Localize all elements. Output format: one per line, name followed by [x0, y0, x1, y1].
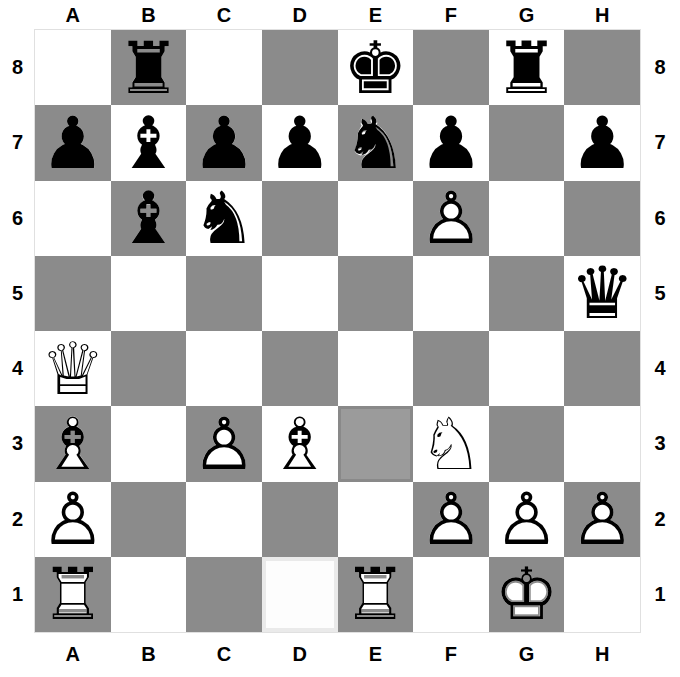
white-pawn[interactable]: ♟♙ [186, 406, 262, 481]
file-label-c-bottom: C [186, 632, 262, 677]
square-b6[interactable]: ♗♝ [111, 181, 187, 256]
square-c2[interactable] [186, 482, 262, 557]
square-g8[interactable]: ♖♜ [489, 30, 565, 105]
square-a8[interactable] [35, 30, 111, 105]
square-h6[interactable] [564, 181, 640, 256]
square-d3[interactable]: ♝♗ [262, 406, 338, 481]
rank-label-3-left: 3 [0, 406, 35, 481]
square-f5[interactable] [413, 256, 489, 331]
white-knight[interactable]: ♞♘ [413, 406, 489, 481]
square-e8[interactable]: ♔♚ [338, 30, 414, 105]
file-label-e-bottom: E [338, 632, 414, 677]
file-label-d-top: D [262, 0, 338, 30]
rank-label-4-left: 4 [0, 331, 35, 406]
square-f4[interactable] [413, 331, 489, 406]
square-c6[interactable]: ♘♞ [186, 181, 262, 256]
square-a2[interactable]: ♟♙ [35, 482, 111, 557]
square-f7[interactable]: ♙♟ [413, 105, 489, 180]
black-pawn[interactable]: ♙♟ [564, 105, 640, 180]
square-c1[interactable] [186, 557, 262, 632]
black-rook-glyph: ♜ [111, 30, 187, 105]
rank-labels-right: 87654321 [640, 30, 680, 632]
black-bishop[interactable]: ♗♝ [111, 105, 187, 180]
white-queen[interactable]: ♛♕ [35, 331, 111, 406]
square-h3[interactable] [564, 406, 640, 481]
square-d5[interactable] [262, 256, 338, 331]
rank-label-2-left: 2 [0, 482, 35, 557]
rank-label-5-right: 5 [640, 256, 680, 331]
black-bishop-glyph: ♝ [111, 105, 187, 180]
file-label-f-top: F [413, 0, 489, 30]
file-label-f-bottom: F [413, 632, 489, 677]
file-label-c-top: C [186, 0, 262, 30]
square-e7[interactable]: ♘♞ [338, 105, 414, 180]
white-bishop-glyph: ♗ [35, 406, 111, 481]
file-label-a-top: A [35, 0, 111, 30]
square-c8[interactable] [186, 30, 262, 105]
rank-labels-left: 87654321 [0, 30, 35, 632]
white-pawn-glyph: ♙ [186, 406, 262, 481]
square-f3[interactable]: ♞♘ [413, 406, 489, 481]
square-b3[interactable] [111, 406, 187, 481]
rank-label-7-right: 7 [640, 105, 680, 180]
square-e4[interactable] [338, 331, 414, 406]
black-knight-glyph: ♞ [338, 105, 414, 180]
white-pawn-glyph: ♙ [489, 482, 565, 557]
black-pawn[interactable]: ♙♟ [35, 105, 111, 180]
square-a3[interactable]: ♝♗ [35, 406, 111, 481]
square-d8[interactable] [262, 30, 338, 105]
black-knight-glyph: ♞ [186, 181, 262, 256]
square-f2[interactable]: ♟♙ [413, 482, 489, 557]
square-d4[interactable] [262, 331, 338, 406]
square-a1[interactable]: ♜♖ [35, 557, 111, 632]
rank-label-1-left: 1 [0, 557, 35, 632]
white-bishop[interactable]: ♝♗ [35, 406, 111, 481]
square-d7[interactable]: ♙♟ [262, 105, 338, 180]
rank-label-2-right: 2 [640, 482, 680, 557]
square-b1[interactable] [111, 557, 187, 632]
file-label-d-bottom: D [262, 632, 338, 677]
square-a4[interactable]: ♛♕ [35, 331, 111, 406]
white-queen-glyph: ♕ [35, 331, 111, 406]
square-c4[interactable] [186, 331, 262, 406]
rank-label-8-right: 8 [640, 30, 680, 105]
black-knight[interactable]: ♘♞ [338, 105, 414, 180]
white-pawn[interactable]: ♟♙ [35, 482, 111, 557]
square-a5[interactable] [35, 256, 111, 331]
file-label-b-bottom: B [111, 632, 187, 677]
black-queen[interactable]: ♕♛ [564, 256, 640, 331]
square-f1[interactable] [413, 557, 489, 632]
white-pawn[interactable]: ♟♙ [489, 482, 565, 557]
white-pawn-glyph: ♙ [564, 482, 640, 557]
chessboard-diagram: ABCDEFGH 87654321 ♖♜♔♚♖♜♙♟♗♝♙♟♙♟♘♞♙♟♙♟♗♝… [0, 0, 680, 677]
square-e3[interactable] [338, 406, 414, 481]
rank-label-4-right: 4 [640, 331, 680, 406]
white-pawn-glyph: ♙ [413, 181, 489, 256]
square-h5[interactable]: ♕♛ [564, 256, 640, 331]
square-b5[interactable] [111, 256, 187, 331]
black-pawn-glyph: ♟ [262, 105, 338, 180]
black-bishop-glyph: ♝ [111, 181, 187, 256]
rank-label-6-right: 6 [640, 181, 680, 256]
square-f6[interactable]: ♟♙ [413, 181, 489, 256]
square-g2[interactable]: ♟♙ [489, 482, 565, 557]
black-king[interactable]: ♔♚ [338, 30, 414, 105]
square-h1[interactable] [564, 557, 640, 632]
square-c5[interactable] [186, 256, 262, 331]
file-label-a-bottom: A [35, 632, 111, 677]
black-king-glyph: ♚ [338, 30, 414, 105]
file-label-h-bottom: H [564, 632, 640, 677]
square-g1[interactable]: ♚♔ [489, 557, 565, 632]
rank-label-5-left: 5 [0, 256, 35, 331]
square-a6[interactable] [35, 181, 111, 256]
black-knight[interactable]: ♘♞ [186, 181, 262, 256]
square-h7[interactable]: ♙♟ [564, 105, 640, 180]
chess-board: ♖♜♔♚♖♜♙♟♗♝♙♟♙♟♘♞♙♟♙♟♗♝♘♞♟♙♕♛♛♕♝♗♟♙♝♗♞♘♟♙… [35, 30, 640, 632]
white-rook[interactable]: ♜♖ [35, 557, 111, 632]
square-b8[interactable]: ♖♜ [111, 30, 187, 105]
square-d1[interactable] [262, 557, 338, 632]
rank-label-3-right: 3 [640, 406, 680, 481]
square-d6[interactable] [262, 181, 338, 256]
rank-label-6-left: 6 [0, 181, 35, 256]
square-e1[interactable]: ♜♖ [338, 557, 414, 632]
square-b2[interactable] [111, 482, 187, 557]
white-pawn-glyph: ♙ [35, 482, 111, 557]
square-c3[interactable]: ♟♙ [186, 406, 262, 481]
square-e6[interactable] [338, 181, 414, 256]
white-pawn[interactable]: ♟♙ [564, 482, 640, 557]
square-g4[interactable] [489, 331, 565, 406]
square-g7[interactable] [489, 105, 565, 180]
black-pawn-glyph: ♟ [564, 105, 640, 180]
black-pawn-glyph: ♟ [186, 105, 262, 180]
white-pawn[interactable]: ♟♙ [413, 181, 489, 256]
white-rook-glyph: ♖ [35, 557, 111, 632]
square-a7[interactable]: ♙♟ [35, 105, 111, 180]
black-pawn[interactable]: ♙♟ [262, 105, 338, 180]
white-bishop[interactable]: ♝♗ [262, 406, 338, 481]
white-knight-glyph: ♘ [413, 406, 489, 481]
rank-label-7-left: 7 [0, 105, 35, 180]
square-g5[interactable] [489, 256, 565, 331]
square-h4[interactable] [564, 331, 640, 406]
black-pawn-glyph: ♟ [413, 105, 489, 180]
rank-label-8-left: 8 [0, 30, 35, 105]
square-d2[interactable] [262, 482, 338, 557]
square-h2[interactable]: ♟♙ [564, 482, 640, 557]
white-rook[interactable]: ♜♖ [338, 557, 414, 632]
file-label-h-top: H [564, 0, 640, 30]
square-g6[interactable] [489, 181, 565, 256]
file-labels-bottom: ABCDEFGH [35, 632, 640, 677]
white-king[interactable]: ♚♔ [489, 557, 565, 632]
black-rook[interactable]: ♖♜ [111, 30, 187, 105]
square-f8[interactable] [413, 30, 489, 105]
square-b7[interactable]: ♗♝ [111, 105, 187, 180]
white-pawn-glyph: ♙ [413, 482, 489, 557]
rank-label-1-right: 1 [640, 557, 680, 632]
square-b4[interactable] [111, 331, 187, 406]
white-king-glyph: ♔ [489, 557, 565, 632]
square-h8[interactable] [564, 30, 640, 105]
black-queen-glyph: ♛ [564, 256, 640, 331]
white-pawn[interactable]: ♟♙ [413, 482, 489, 557]
square-g3[interactable] [489, 406, 565, 481]
square-e5[interactable] [338, 256, 414, 331]
black-pawn-glyph: ♟ [35, 105, 111, 180]
black-pawn[interactable]: ♙♟ [413, 105, 489, 180]
square-e2[interactable] [338, 482, 414, 557]
black-bishop[interactable]: ♗♝ [111, 181, 187, 256]
black-rook-glyph: ♜ [489, 30, 565, 105]
square-c7[interactable]: ♙♟ [186, 105, 262, 180]
white-bishop-glyph: ♗ [262, 406, 338, 481]
file-label-g-bottom: G [489, 632, 565, 677]
black-rook[interactable]: ♖♜ [489, 30, 565, 105]
white-rook-glyph: ♖ [338, 557, 414, 632]
black-pawn[interactable]: ♙♟ [186, 105, 262, 180]
